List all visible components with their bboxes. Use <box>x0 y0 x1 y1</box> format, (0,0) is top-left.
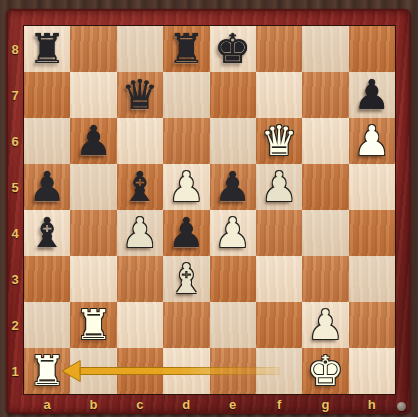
piece-black-bishop[interactable]: ♝ <box>29 210 66 256</box>
piece-white-pawn[interactable]: ♟ <box>261 164 298 210</box>
square-d2[interactable] <box>163 302 209 348</box>
file-label-d: d <box>163 394 209 414</box>
square-h2[interactable] <box>349 302 395 348</box>
piece-white-queen[interactable]: ♛ <box>261 118 298 164</box>
square-f4[interactable] <box>256 210 302 256</box>
square-g6[interactable] <box>302 118 348 164</box>
piece-black-pawn[interactable]: ♟ <box>29 164 66 210</box>
piece-black-rook[interactable]: ♜ <box>29 26 66 72</box>
square-d5[interactable]: ♟ <box>163 164 209 210</box>
rank-label-3: 3 <box>6 256 24 302</box>
square-c8[interactable] <box>117 26 163 72</box>
square-e3[interactable] <box>210 256 256 302</box>
piece-white-king[interactable]: ♚ <box>307 348 344 394</box>
square-c3[interactable] <box>117 256 163 302</box>
square-g8[interactable] <box>302 26 348 72</box>
square-a8[interactable]: ♜ <box>24 26 70 72</box>
file-label-g: g <box>302 394 348 414</box>
rank-label-5: 5 <box>6 164 24 210</box>
square-a6[interactable] <box>24 118 70 164</box>
square-d6[interactable] <box>163 118 209 164</box>
chess-app-window: ♜♜♚♛♟♟♛♟♟♝♟♟♟♝♟♟♟♝♜♟♜♚ 87654321 abcdefgh <box>0 0 418 417</box>
square-d3[interactable]: ♝ <box>163 256 209 302</box>
square-d1[interactable] <box>163 348 209 394</box>
square-h1[interactable] <box>349 348 395 394</box>
file-label-e: e <box>210 394 256 414</box>
square-g1[interactable]: ♚ <box>302 348 348 394</box>
square-f1[interactable] <box>256 348 302 394</box>
piece-black-pawn[interactable]: ♟ <box>75 118 112 164</box>
square-h8[interactable] <box>349 26 395 72</box>
rank-label-1: 1 <box>6 348 24 394</box>
square-f3[interactable] <box>256 256 302 302</box>
file-label-f: f <box>256 394 302 414</box>
square-d7[interactable] <box>163 72 209 118</box>
piece-black-pawn[interactable]: ♟ <box>353 72 390 118</box>
rank-label-4: 4 <box>6 210 24 256</box>
square-b7[interactable] <box>70 72 116 118</box>
square-a2[interactable] <box>24 302 70 348</box>
square-f7[interactable] <box>256 72 302 118</box>
piece-white-bishop[interactable]: ♝ <box>168 256 205 302</box>
piece-white-rook[interactable]: ♜ <box>29 348 66 394</box>
square-e5[interactable]: ♟ <box>210 164 256 210</box>
square-b6[interactable]: ♟ <box>70 118 116 164</box>
square-c6[interactable] <box>117 118 163 164</box>
square-f8[interactable] <box>256 26 302 72</box>
piece-white-pawn[interactable]: ♟ <box>214 210 251 256</box>
square-c1[interactable] <box>117 348 163 394</box>
square-b2[interactable]: ♜ <box>70 302 116 348</box>
square-d4[interactable]: ♟ <box>163 210 209 256</box>
piece-black-queen[interactable]: ♛ <box>122 72 159 118</box>
square-h7[interactable]: ♟ <box>349 72 395 118</box>
square-g4[interactable] <box>302 210 348 256</box>
rank-label-6: 6 <box>6 118 24 164</box>
board: ♜♜♚♛♟♟♛♟♟♝♟♟♟♝♟♟♟♝♜♟♜♚ <box>24 26 395 394</box>
piece-black-king[interactable]: ♚ <box>214 26 251 72</box>
square-f2[interactable] <box>256 302 302 348</box>
rank-label-8: 8 <box>6 26 24 72</box>
file-label-b: b <box>70 394 116 414</box>
square-b8[interactable] <box>70 26 116 72</box>
piece-black-pawn[interactable]: ♟ <box>168 210 205 256</box>
square-a7[interactable] <box>24 72 70 118</box>
piece-white-pawn[interactable]: ♟ <box>168 164 205 210</box>
file-label-h: h <box>349 394 395 414</box>
square-a1[interactable]: ♜ <box>24 348 70 394</box>
square-c7[interactable]: ♛ <box>117 72 163 118</box>
square-h5[interactable] <box>349 164 395 210</box>
rank-label-2: 2 <box>6 302 24 348</box>
square-g5[interactable] <box>302 164 348 210</box>
square-e7[interactable] <box>210 72 256 118</box>
square-c4[interactable]: ♟ <box>117 210 163 256</box>
piece-black-rook[interactable]: ♜ <box>168 26 205 72</box>
resize-grip-dot[interactable] <box>397 402 406 411</box>
piece-white-rook[interactable]: ♜ <box>75 302 112 348</box>
square-d8[interactable]: ♜ <box>163 26 209 72</box>
square-e2[interactable] <box>210 302 256 348</box>
square-a4[interactable]: ♝ <box>24 210 70 256</box>
piece-white-pawn[interactable]: ♟ <box>307 302 344 348</box>
piece-white-pawn[interactable]: ♟ <box>353 118 390 164</box>
square-b3[interactable] <box>70 256 116 302</box>
square-a5[interactable]: ♟ <box>24 164 70 210</box>
square-b1[interactable] <box>70 348 116 394</box>
piece-black-pawn[interactable]: ♟ <box>214 164 251 210</box>
square-e4[interactable]: ♟ <box>210 210 256 256</box>
square-c2[interactable] <box>117 302 163 348</box>
square-e6[interactable] <box>210 118 256 164</box>
square-g7[interactable] <box>302 72 348 118</box>
square-a3[interactable] <box>24 256 70 302</box>
square-b4[interactable] <box>70 210 116 256</box>
rank-label-7: 7 <box>6 72 24 118</box>
rank-labels: 87654321 <box>6 26 24 394</box>
square-e1[interactable] <box>210 348 256 394</box>
square-b5[interactable] <box>70 164 116 210</box>
file-label-a: a <box>24 394 70 414</box>
square-g3[interactable] <box>302 256 348 302</box>
square-e8[interactable]: ♚ <box>210 26 256 72</box>
file-label-c: c <box>117 394 163 414</box>
piece-black-bishop[interactable]: ♝ <box>122 164 159 210</box>
square-h6[interactable]: ♟ <box>349 118 395 164</box>
piece-white-pawn[interactable]: ♟ <box>122 210 159 256</box>
square-c5[interactable]: ♝ <box>117 164 163 210</box>
square-f5[interactable]: ♟ <box>256 164 302 210</box>
square-h3[interactable] <box>349 256 395 302</box>
square-g2[interactable]: ♟ <box>302 302 348 348</box>
square-f6[interactable]: ♛ <box>256 118 302 164</box>
square-h4[interactable] <box>349 210 395 256</box>
file-labels: abcdefgh <box>24 394 395 414</box>
